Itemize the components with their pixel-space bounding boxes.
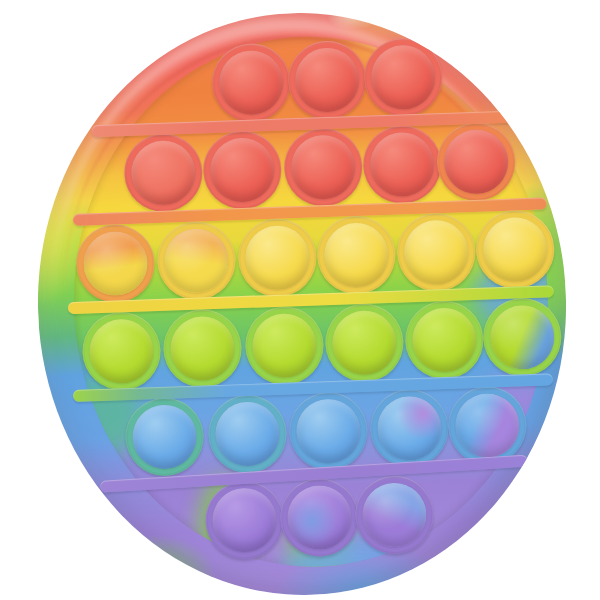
- bubble-blue-r5-c2[interactable]: [207, 394, 288, 475]
- bubble-blue-r5-c4[interactable]: [369, 388, 450, 469]
- bubble-green-r4-c1[interactable]: [81, 311, 162, 392]
- bubble-dome: [82, 230, 148, 296]
- bubble-dome: [331, 310, 397, 376]
- bubble-dome: [482, 216, 548, 282]
- bubble-dome: [294, 47, 360, 113]
- bubble-dome: [403, 219, 469, 285]
- bubble-dome: [169, 315, 235, 381]
- bubble-green-r4-c6[interactable]: [482, 297, 563, 378]
- bubble-green-r4-c3[interactable]: [244, 305, 325, 386]
- bubble-purple-r6-c2[interactable]: [279, 477, 360, 558]
- bubble-red-r2-c1[interactable]: [123, 132, 204, 213]
- bubble-dome: [489, 304, 555, 370]
- bubble-dome: [443, 129, 509, 195]
- bubble-dome: [211, 487, 277, 553]
- bubble-dome: [286, 484, 352, 550]
- bubble-dome: [323, 222, 389, 288]
- bubble-dome: [454, 393, 520, 459]
- bubble-yellow-r3-c6[interactable]: [475, 209, 556, 290]
- bubble-dome: [218, 50, 284, 116]
- bubble-green-r4-c2[interactable]: [162, 308, 243, 389]
- bubble-red-r1-c1[interactable]: [211, 42, 292, 123]
- bubble-dome: [295, 398, 361, 464]
- product-photo: [0, 0, 600, 600]
- bubble-blue-r5-c1[interactable]: [124, 397, 205, 478]
- bubble-dome: [370, 44, 436, 110]
- bubble-dome: [376, 395, 442, 461]
- bubble-dome: [209, 137, 275, 203]
- bubble-yellow-r3-c2[interactable]: [156, 220, 237, 301]
- bubble-red-r2-c4[interactable]: [362, 124, 443, 205]
- bubble-red-r2-c3[interactable]: [283, 127, 364, 208]
- bubble-dome: [411, 307, 477, 373]
- bubble-red-r2-c2[interactable]: [202, 130, 283, 211]
- bubble-dome: [88, 318, 154, 384]
- bubble-dome: [369, 131, 435, 197]
- bubble-purple-r6-c3[interactable]: [354, 475, 435, 556]
- bubble-green-r4-c5[interactable]: [404, 300, 485, 381]
- bubble-dome: [290, 134, 356, 200]
- bubble-red-r2-c5[interactable]: [436, 121, 517, 202]
- bubble-dome: [361, 482, 427, 548]
- bubble-grid: [28, 4, 576, 600]
- bubble-dome: [244, 225, 310, 291]
- bubble-blue-r5-c5[interactable]: [447, 385, 528, 466]
- bubble-dome: [251, 313, 317, 379]
- bubble-blue-r5-c3[interactable]: [288, 391, 369, 472]
- bubble-red-r1-c3[interactable]: [363, 37, 444, 118]
- bubble-yellow-r3-c5[interactable]: [396, 212, 477, 293]
- bubble-purple-r6-c1[interactable]: [204, 480, 285, 561]
- bubble-yellow-r3-c4[interactable]: [316, 215, 397, 296]
- bubble-green-r4-c4[interactable]: [324, 303, 405, 384]
- bubble-dome: [131, 404, 197, 470]
- bubble-red-r1-c2[interactable]: [287, 40, 368, 121]
- bubble-dome: [130, 140, 196, 206]
- bubble-dome: [214, 401, 280, 467]
- bubble-yellow-r3-c3[interactable]: [237, 217, 318, 298]
- bubble-yellow-r3-c1[interactable]: [75, 223, 156, 304]
- bubble-dome: [163, 228, 229, 294]
- pop-it-toy: [28, 4, 576, 600]
